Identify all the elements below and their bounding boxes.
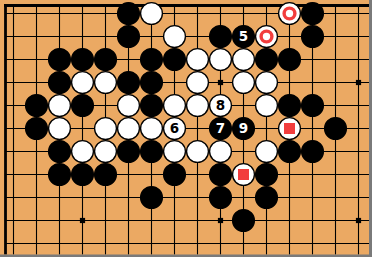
- black-stone: [210, 164, 232, 186]
- black-stone: [256, 164, 278, 186]
- black-stone: [302, 95, 324, 117]
- white-stone: [187, 95, 209, 117]
- white-stone: [256, 95, 278, 117]
- white-stone: [118, 118, 140, 140]
- black-stone: [141, 72, 163, 94]
- black-stone: [49, 164, 71, 186]
- black-stone: [279, 95, 301, 117]
- move-label: 7: [216, 120, 225, 136]
- white-stone: [233, 49, 255, 71]
- white-stone: [49, 118, 71, 140]
- go-diagram: 58679: [0, 0, 372, 257]
- black-stone: [279, 49, 301, 71]
- move-label: 6: [170, 120, 179, 136]
- black-stone: [118, 72, 140, 94]
- white-stone: [256, 26, 278, 48]
- star-point: [218, 218, 223, 223]
- black-stone: [279, 141, 301, 163]
- black-stone: [256, 187, 278, 209]
- black-stone: [302, 3, 324, 25]
- white-stone: [72, 72, 94, 94]
- white-stone: [187, 72, 209, 94]
- black-stone: [118, 26, 140, 48]
- white-stone: [233, 72, 255, 94]
- square-mark: [284, 123, 295, 134]
- white-stone: [118, 95, 140, 117]
- black-stone: [72, 164, 94, 186]
- go-board: 58679: [0, 0, 372, 257]
- black-stone: [72, 49, 94, 71]
- black-stone: [49, 141, 71, 163]
- black-stone: [95, 164, 117, 186]
- black-stone: [141, 141, 163, 163]
- black-stone: [72, 95, 94, 117]
- star-point: [356, 80, 361, 85]
- black-stone: [141, 49, 163, 71]
- white-stone: [256, 72, 278, 94]
- black-stone: [210, 187, 232, 209]
- square-mark: [238, 169, 249, 180]
- black-stone: [118, 3, 140, 25]
- white-stone: [187, 49, 209, 71]
- black-stone: [118, 141, 140, 163]
- black-stone: [302, 141, 324, 163]
- white-stone: [256, 141, 278, 163]
- black-stone: [233, 210, 255, 232]
- move-label: 5: [239, 28, 248, 44]
- black-stone: [26, 95, 48, 117]
- star-point: [80, 218, 85, 223]
- white-stone: [95, 118, 117, 140]
- black-stone: [141, 187, 163, 209]
- move-label: 9: [239, 120, 248, 136]
- black-stone: [164, 49, 186, 71]
- white-stone: [141, 3, 163, 25]
- white-stone: [164, 141, 186, 163]
- white-stone: [49, 95, 71, 117]
- white-stone: [95, 72, 117, 94]
- white-stone: [164, 95, 186, 117]
- white-stone: [141, 118, 163, 140]
- black-stone: [164, 164, 186, 186]
- black-stone: [256, 49, 278, 71]
- black-stone: [95, 49, 117, 71]
- black-stone: [141, 95, 163, 117]
- black-stone: [325, 118, 347, 140]
- white-stone: [210, 49, 232, 71]
- black-stone: [210, 26, 232, 48]
- black-stone: [302, 26, 324, 48]
- black-stone: [26, 118, 48, 140]
- move-label: 8: [216, 97, 225, 113]
- white-stone: [72, 141, 94, 163]
- white-stone: [95, 141, 117, 163]
- black-stone: [49, 49, 71, 71]
- black-stone: [49, 72, 71, 94]
- white-stone: [164, 26, 186, 48]
- white-stone: [210, 141, 232, 163]
- white-stone: [279, 3, 301, 25]
- star-point: [356, 218, 361, 223]
- star-point: [218, 80, 223, 85]
- white-stone: [187, 141, 209, 163]
